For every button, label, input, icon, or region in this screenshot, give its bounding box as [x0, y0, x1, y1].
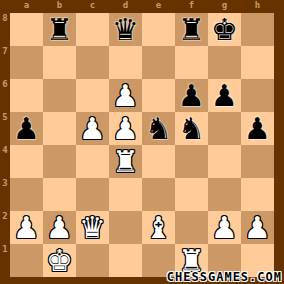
square-g5[interactable] [208, 112, 241, 145]
square-c6[interactable] [76, 79, 109, 112]
square-g7[interactable] [208, 46, 241, 79]
rank-label-7: 7 [0, 46, 10, 79]
white-pawn-d6[interactable]: ♟ [112, 79, 139, 112]
square-h6[interactable] [241, 79, 274, 112]
square-g2[interactable]: ♟ [208, 211, 241, 244]
square-c3[interactable] [76, 178, 109, 211]
chessgames-watermark: CHESSGAMES.COM [167, 270, 282, 284]
board-frame: abcdefgh 87654321 ♜♛♜♚♟♟♟♟♟♟♞♞♟♜♟♟♛♝♟♟♚♜… [0, 0, 284, 284]
square-h8[interactable] [241, 13, 274, 46]
white-pawn-g2[interactable]: ♟ [211, 211, 238, 244]
white-king-b1[interactable]: ♚ [46, 244, 73, 277]
rank-label-6: 6 [0, 79, 10, 112]
square-c8[interactable] [76, 13, 109, 46]
square-d3[interactable] [109, 178, 142, 211]
square-f8[interactable]: ♜ [175, 13, 208, 46]
black-rook-f8[interactable]: ♜ [178, 13, 205, 46]
rank-label-3: 3 [0, 178, 10, 211]
black-pawn-a5[interactable]: ♟ [13, 112, 40, 145]
square-e4[interactable] [142, 145, 175, 178]
square-f6[interactable]: ♟ [175, 79, 208, 112]
square-g8[interactable]: ♚ [208, 13, 241, 46]
square-e7[interactable] [142, 46, 175, 79]
square-a8[interactable] [10, 13, 43, 46]
black-pawn-f6[interactable]: ♟ [178, 79, 205, 112]
white-bishop-e2[interactable]: ♝ [145, 211, 172, 244]
square-b5[interactable] [43, 112, 76, 145]
rank-label-2: 2 [0, 211, 10, 244]
black-knight-f5[interactable]: ♞ [178, 112, 205, 145]
square-h5[interactable]: ♟ [241, 112, 274, 145]
rank-label-4: 4 [0, 145, 10, 178]
square-h7[interactable] [241, 46, 274, 79]
black-pawn-h5[interactable]: ♟ [244, 112, 271, 145]
square-f5[interactable]: ♞ [175, 112, 208, 145]
file-label-a: a [10, 0, 43, 13]
square-b6[interactable] [43, 79, 76, 112]
square-c2[interactable]: ♛ [76, 211, 109, 244]
rank-label-5: 5 [0, 112, 10, 145]
square-b1[interactable]: ♚ [43, 244, 76, 277]
square-b7[interactable] [43, 46, 76, 79]
square-d6[interactable]: ♟ [109, 79, 142, 112]
white-queen-c2[interactable]: ♛ [79, 211, 106, 244]
square-f2[interactable] [175, 211, 208, 244]
square-a6[interactable] [10, 79, 43, 112]
white-pawn-d5[interactable]: ♟ [112, 112, 139, 145]
file-label-c: c [76, 0, 109, 13]
black-king-g8[interactable]: ♚ [211, 13, 238, 46]
square-a4[interactable] [10, 145, 43, 178]
square-a3[interactable] [10, 178, 43, 211]
square-e3[interactable] [142, 178, 175, 211]
square-c7[interactable] [76, 46, 109, 79]
black-queen-d8[interactable]: ♛ [112, 13, 139, 46]
square-e5[interactable]: ♞ [142, 112, 175, 145]
black-knight-e5[interactable]: ♞ [145, 112, 172, 145]
square-d7[interactable] [109, 46, 142, 79]
square-d4[interactable]: ♜ [109, 145, 142, 178]
file-label-h: h [241, 0, 274, 13]
square-a5[interactable]: ♟ [10, 112, 43, 145]
white-pawn-c5[interactable]: ♟ [79, 112, 106, 145]
square-e2[interactable]: ♝ [142, 211, 175, 244]
square-d8[interactable]: ♛ [109, 13, 142, 46]
board: ♜♛♜♚♟♟♟♟♟♟♞♞♟♜♟♟♛♝♟♟♚♜ [10, 13, 274, 277]
file-label-e: e [142, 0, 175, 13]
square-e8[interactable] [142, 13, 175, 46]
square-a1[interactable] [10, 244, 43, 277]
square-f4[interactable] [175, 145, 208, 178]
square-c1[interactable] [76, 244, 109, 277]
square-a7[interactable] [10, 46, 43, 79]
square-f7[interactable] [175, 46, 208, 79]
square-g4[interactable] [208, 145, 241, 178]
black-pawn-g6[interactable]: ♟ [211, 79, 238, 112]
square-h2[interactable]: ♟ [241, 211, 274, 244]
white-pawn-h2[interactable]: ♟ [244, 211, 271, 244]
square-b2[interactable]: ♟ [43, 211, 76, 244]
square-b4[interactable] [43, 145, 76, 178]
square-c4[interactable] [76, 145, 109, 178]
white-rook-d4[interactable]: ♜ [112, 145, 139, 178]
white-pawn-b2[interactable]: ♟ [46, 211, 73, 244]
square-d2[interactable] [109, 211, 142, 244]
square-e6[interactable] [142, 79, 175, 112]
square-f3[interactable] [175, 178, 208, 211]
square-d5[interactable]: ♟ [109, 112, 142, 145]
square-b3[interactable] [43, 178, 76, 211]
square-c5[interactable]: ♟ [76, 112, 109, 145]
rank-label-1: 1 [0, 244, 10, 277]
square-g3[interactable] [208, 178, 241, 211]
square-g6[interactable]: ♟ [208, 79, 241, 112]
black-rook-b8[interactable]: ♜ [46, 13, 73, 46]
square-h4[interactable] [241, 145, 274, 178]
square-h3[interactable] [241, 178, 274, 211]
rank-label-8: 8 [0, 13, 10, 46]
rank-labels: 87654321 [0, 13, 10, 277]
square-d1[interactable] [109, 244, 142, 277]
square-b8[interactable]: ♜ [43, 13, 76, 46]
square-a2[interactable]: ♟ [10, 211, 43, 244]
white-pawn-a2[interactable]: ♟ [13, 211, 40, 244]
